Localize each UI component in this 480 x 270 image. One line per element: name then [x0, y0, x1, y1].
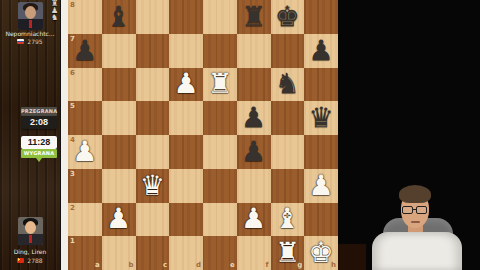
file-label: a	[95, 261, 100, 269]
square-e7[interactable]	[203, 34, 237, 68]
square-h1[interactable]: h♚	[304, 236, 338, 270]
square-h6[interactable]	[304, 68, 338, 102]
square-e2[interactable]	[203, 203, 237, 237]
square-d3[interactable]	[169, 169, 203, 203]
streamer-hair	[399, 185, 431, 203]
glasses-icon	[416, 206, 427, 214]
square-f1[interactable]: f	[237, 236, 271, 270]
square-b2[interactable]: ♟	[102, 203, 136, 237]
white-pawn[interactable]: ♟	[174, 70, 199, 98]
black-clock: 2:08	[21, 116, 57, 129]
white-pawn[interactable]: ♟	[241, 205, 266, 233]
player-top-rating-row: 2795	[0, 38, 60, 45]
square-d6[interactable]: ♟	[169, 68, 203, 102]
square-f6[interactable]	[237, 68, 271, 102]
white-clock: 11:28	[21, 136, 57, 149]
square-a3[interactable]: 3	[68, 169, 102, 203]
square-c1[interactable]: c	[136, 236, 170, 270]
captured-pieces-tray: ♜♟♞	[51, 0, 58, 21]
square-h3[interactable]: ♟	[304, 169, 338, 203]
square-f5[interactable]: ♟	[237, 101, 271, 135]
white-queen[interactable]: ♛	[140, 172, 165, 200]
rank-label: 7	[70, 35, 75, 43]
square-a8[interactable]: 8	[68, 0, 102, 34]
square-e1[interactable]: e	[203, 236, 237, 270]
square-h7[interactable]: ♟	[304, 34, 338, 68]
avatar-tie	[29, 20, 32, 28]
square-a7[interactable]: 7♟	[68, 34, 102, 68]
black-pawn[interactable]: ♟	[309, 37, 334, 65]
white-pawn[interactable]: ♟	[309, 172, 334, 200]
white-rook[interactable]: ♜	[207, 70, 232, 98]
white-pawn[interactable]: ♟	[106, 205, 131, 233]
square-c6[interactable]	[136, 68, 170, 102]
file-label: b	[128, 261, 133, 269]
player-top-name: Nepomniachtc...	[0, 30, 60, 37]
square-b1[interactable]: b	[102, 236, 136, 270]
square-b4[interactable]	[102, 135, 136, 169]
square-g4[interactable]	[271, 135, 305, 169]
square-a6[interactable]: 6	[68, 68, 102, 102]
player-top-rating: 2795	[27, 38, 42, 45]
square-d5[interactable]	[169, 101, 203, 135]
square-e3[interactable]	[203, 169, 237, 203]
square-d7[interactable]	[169, 34, 203, 68]
black-king[interactable]: ♚	[275, 3, 300, 31]
rank-label: 6	[70, 69, 75, 77]
square-b8[interactable]: ♝	[102, 0, 136, 34]
square-g7[interactable]	[271, 34, 305, 68]
desk	[338, 244, 366, 270]
black-bishop[interactable]: ♝	[106, 3, 131, 31]
black-rook[interactable]: ♜	[241, 3, 266, 31]
white-king[interactable]: ♚	[309, 239, 334, 267]
white-bishop[interactable]: ♝	[275, 205, 300, 233]
streamer-shirt	[372, 232, 462, 270]
square-h8[interactable]	[304, 0, 338, 34]
square-c3[interactable]: ♛	[136, 169, 170, 203]
russia-flag-icon	[17, 39, 24, 44]
square-d1[interactable]: d	[169, 236, 203, 270]
square-g2[interactable]: ♝	[271, 203, 305, 237]
streamer-mouth	[411, 221, 420, 223]
square-e8[interactable]	[203, 0, 237, 34]
square-f8[interactable]: ♜	[237, 0, 271, 34]
file-label: h	[331, 261, 336, 269]
square-h2[interactable]	[304, 203, 338, 237]
square-d4[interactable]	[169, 135, 203, 169]
square-b6[interactable]	[102, 68, 136, 102]
black-knight[interactable]: ♞	[275, 70, 300, 98]
result-badge-arrow-icon	[36, 158, 42, 162]
rank-label: 2	[70, 204, 75, 212]
player-bottom-rating-row: 2788	[0, 257, 60, 264]
square-e5[interactable]	[203, 101, 237, 135]
square-c8[interactable]	[136, 0, 170, 34]
square-f4[interactable]: ♟	[237, 135, 271, 169]
file-label: d	[196, 261, 201, 269]
player-bottom[interactable]: Ding, Liren 2788	[0, 217, 60, 269]
black-pawn[interactable]: ♟	[241, 104, 266, 132]
square-g5[interactable]	[271, 101, 305, 135]
captured-knight-icon: ♞	[51, 14, 58, 21]
china-flag-icon	[17, 258, 24, 263]
broadcast-window: Nepomniachtc... 2795 ♜♟♞ PRZEGRANA 2:08 …	[0, 0, 480, 270]
webcam-feed	[338, 0, 480, 270]
square-e4[interactable]	[203, 135, 237, 169]
rank-label: 5	[70, 102, 75, 110]
file-label: f	[265, 261, 268, 269]
glasses-bridge	[413, 209, 416, 210]
glasses-icon	[402, 206, 413, 214]
result-badge-white: WYGRANA	[21, 149, 57, 158]
rank-label: 8	[70, 1, 75, 9]
square-b7[interactable]	[102, 34, 136, 68]
square-a2[interactable]: 2	[68, 203, 102, 237]
square-b5[interactable]	[102, 101, 136, 135]
eval-bar	[60, 0, 68, 270]
player-bottom-rating: 2788	[27, 257, 42, 264]
square-d2[interactable]	[169, 203, 203, 237]
player-top-avatar[interactable]	[18, 2, 43, 30]
file-label: e	[230, 261, 235, 269]
file-label: c	[163, 261, 167, 269]
square-e6[interactable]: ♜	[203, 68, 237, 102]
rank-label: 3	[70, 170, 75, 178]
square-a5[interactable]: 5	[68, 101, 102, 135]
file-label: g	[297, 261, 302, 269]
chess-board[interactable]: 8♝♜♚7♟♟6♟♜♞5♟♛4♟♟3♛♟2♟♟♝1abcdefg♜h♚	[68, 0, 338, 270]
rank-label: 4	[70, 136, 75, 144]
square-h5[interactable]: ♛	[304, 101, 338, 135]
black-queen[interactable]: ♛	[309, 104, 334, 132]
result-badge-black: PRZEGRANA	[21, 107, 57, 116]
square-f2[interactable]: ♟	[237, 203, 271, 237]
square-a1[interactable]: 1a	[68, 236, 102, 270]
square-a4[interactable]: 4♟	[68, 135, 102, 169]
square-c7[interactable]	[136, 34, 170, 68]
black-pawn[interactable]: ♟	[72, 37, 97, 65]
square-g6[interactable]: ♞	[271, 68, 305, 102]
white-rook[interactable]: ♜	[275, 239, 300, 267]
avatar-face	[25, 221, 36, 234]
square-h4[interactable]	[304, 135, 338, 169]
square-f3[interactable]	[237, 169, 271, 203]
square-d8[interactable]	[169, 0, 203, 34]
square-g8[interactable]: ♚	[271, 0, 305, 34]
player-sidebar: Nepomniachtc... 2795 ♜♟♞ PRZEGRANA 2:08 …	[0, 0, 60, 270]
rank-label: 1	[70, 237, 75, 245]
player-bottom-name: Ding, Liren	[0, 248, 60, 255]
white-pawn[interactable]: ♟	[72, 138, 97, 166]
square-g1[interactable]: g♜	[271, 236, 305, 270]
square-b3[interactable]	[102, 169, 136, 203]
avatar-face	[25, 6, 36, 19]
square-c5[interactable]	[136, 101, 170, 135]
square-c2[interactable]	[136, 203, 170, 237]
square-c4[interactable]	[136, 135, 170, 169]
square-g3[interactable]	[271, 169, 305, 203]
black-pawn[interactable]: ♟	[241, 138, 266, 166]
square-f7[interactable]	[237, 34, 271, 68]
player-bottom-avatar[interactable]	[18, 217, 43, 245]
avatar-tie	[29, 235, 32, 243]
